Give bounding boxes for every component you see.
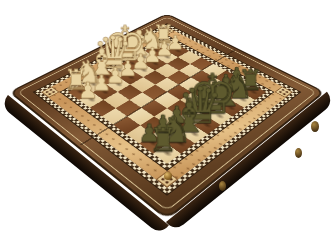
- mosaic-inlay-border-inner: ♜♟♟♜♞♟♟♞♝♟♟♝♚♟♟♚♛♟♟♛♝♟♟♝♞♟♟♞♜♟♟♜: [60, 35, 275, 171]
- board-foot: [295, 148, 302, 158]
- chess-board: ♜♟♟♜♞♟♟♞♝♟♟♝♚♟♟♚♛♟♟♛♝♟♟♝♞♟♟♞♜♟♟♜: [9, 13, 326, 220]
- board-foot: [311, 121, 319, 132]
- chess-set-photo: ♜♟♟♜♞♟♟♞♝♟♟♝♚♟♟♚♛♟♟♛♝♟♟♝♞♟♟♞♜♟♟♜: [0, 0, 332, 239]
- piece-black-rook: ♜: [126, 124, 197, 156]
- square: ♜: [153, 144, 181, 164]
- mosaic-inlay-border-outer: ♜♟♟♜♞♟♟♞♝♟♟♝♚♟♟♚♛♟♟♛♝♟♟♝♞♟♟♞♜♟♟♜: [33, 23, 302, 196]
- brass-clasp-knob: [164, 172, 172, 180]
- board-squares: ♜♟♟♜♞♟♟♞♝♟♟♝♚♟♟♚♛♟♟♛♝♟♟♝♞♟♟♞♜♟♟♜: [68, 39, 266, 164]
- board-foot: [219, 181, 226, 191]
- piece-white-pawn: ♟: [56, 79, 119, 102]
